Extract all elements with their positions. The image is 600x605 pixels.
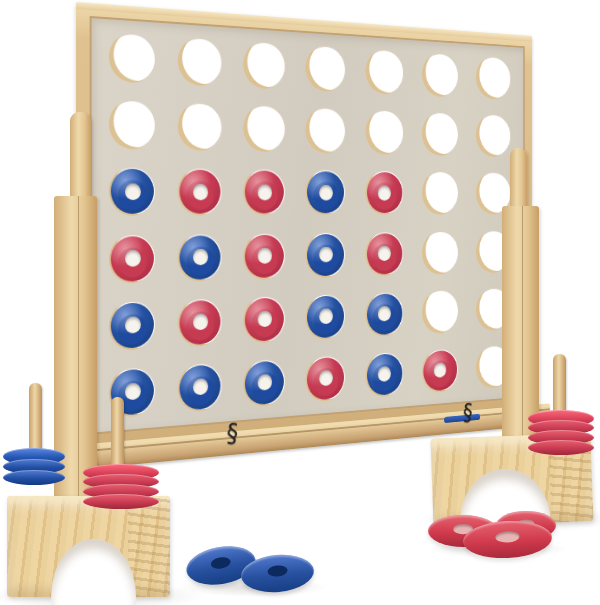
board-cell-r2c3: [233, 96, 296, 161]
filled-hole: ●: [306, 170, 346, 216]
left-arched-foot: [7, 496, 170, 597]
board-cell-r6c2: ●: [167, 353, 233, 423]
board-cell-r2c1: [97, 90, 167, 159]
board-cell-r2c6: [413, 104, 467, 165]
filled-hole: ●: [178, 362, 223, 413]
filled-hole: ●: [178, 298, 223, 348]
board-cell-r2c2: [167, 93, 233, 160]
board-cell-r5c5: ●: [356, 283, 413, 346]
filled-hole: ●: [365, 351, 403, 398]
board-cell-r2c5: [356, 101, 413, 163]
blue-disc: ●: [111, 302, 154, 349]
board-cell-r1c7: [467, 47, 519, 108]
board-cell-r1c2: [167, 27, 233, 96]
blue-disc: ●: [111, 169, 154, 214]
empty-hole: [476, 114, 511, 157]
board-cell-r5c6: [413, 281, 467, 343]
board-cell-r6c6: ●: [413, 339, 467, 402]
empty-hole: [178, 102, 223, 151]
red-disc-stack: [528, 410, 594, 454]
blue-disc-stack: [3, 448, 65, 488]
board-cell-r3c5: ●: [356, 162, 413, 223]
board-cell-r6c5: ●: [356, 343, 413, 407]
board-cell-r5c3: ●: [233, 287, 296, 353]
red-disc-stack: [83, 464, 159, 510]
board-cell-r4c6: [413, 223, 467, 283]
board-cell-r3c2: ●: [167, 159, 233, 225]
blue-disc: ●: [180, 364, 221, 411]
board-cell-r5c1: ●: [97, 291, 167, 361]
red-disc: ●: [111, 236, 154, 282]
filled-hole: ●: [365, 291, 403, 337]
board-cell-r3c4: ●: [296, 161, 356, 224]
empty-hole: [109, 100, 156, 150]
filled-hole: ●: [422, 348, 459, 394]
blue-disc: ●: [367, 353, 402, 396]
board-cell-r1c3: [233, 32, 296, 99]
board-cell-r3c1: ●: [97, 158, 167, 226]
board-cell-r6c1: ●: [97, 357, 167, 429]
disc-center-hole: [267, 565, 288, 578]
latch-hook-icon: §: [225, 420, 239, 446]
board-face-panel: ●●●●●●●●●●●●●●●●●●●●●: [92, 18, 524, 433]
giant-connect-four-product-photo: ●●●●●●●●●●●●●●●●●●●●● § §: [0, 0, 600, 605]
blue-disc: ●: [245, 360, 284, 406]
board-cell-r4c3: ●: [233, 224, 296, 289]
board-cell-r3c3: ●: [233, 160, 296, 224]
empty-hole: [365, 49, 403, 95]
red-disc: ●: [180, 170, 221, 214]
red-disc: ●: [423, 350, 457, 392]
board-cell-r5c2: ●: [167, 289, 233, 357]
left-clamp-stick: [70, 112, 91, 204]
board-cell-r2c4: [296, 99, 356, 163]
board-cell-r1c1: [97, 22, 167, 93]
disc-center-hole: [495, 531, 520, 543]
empty-hole: [178, 37, 223, 87]
filled-hole: ●: [178, 168, 223, 216]
red-disc: ●: [245, 171, 284, 214]
blue-disc: ●: [367, 293, 402, 335]
board-wood-frame: ●●●●●●●●●●●●●●●●●●●●●: [76, 2, 532, 454]
latch-hook-icon: §: [462, 400, 474, 424]
board-cell-r1c5: [356, 40, 413, 104]
red-disc: ●: [245, 234, 284, 278]
filled-hole: ●: [109, 300, 156, 351]
empty-hole: [422, 112, 459, 156]
blue-stacked-disc: [3, 470, 65, 485]
board-cell-r3c6: [413, 163, 467, 223]
red-disc: ●: [245, 297, 284, 342]
blue-disc: ●: [180, 235, 221, 280]
connect-four-board: ●●●●●●●●●●●●●●●●●●●●● § §: [76, 2, 532, 454]
empty-hole: [476, 56, 511, 100]
filled-hole: ●: [243, 169, 285, 216]
empty-hole: [422, 289, 459, 334]
empty-hole: [365, 110, 403, 156]
empty-hole: [109, 32, 156, 84]
board-grid: ●●●●●●●●●●●●●●●●●●●●●: [97, 22, 519, 428]
red-stacked-disc: [83, 494, 159, 509]
board-cell-r5c4: ●: [296, 285, 356, 350]
filled-hole: ●: [365, 231, 403, 276]
board-cell-r6c3: ●: [233, 349, 296, 417]
filled-hole: ●: [178, 233, 223, 282]
filled-hole: ●: [243, 358, 285, 408]
right-clamp-stick: [510, 148, 527, 214]
empty-hole: [422, 171, 459, 215]
red-disc: ●: [307, 356, 344, 400]
filled-hole: ●: [243, 232, 285, 279]
board-cell-r1c6: [413, 44, 467, 106]
red-disc: ●: [180, 299, 221, 345]
board-cell-r4c4: ●: [296, 223, 356, 286]
board-cell-r4c2: ●: [167, 224, 233, 290]
red-disc: ●: [367, 172, 402, 213]
empty-hole: [243, 41, 285, 90]
filled-hole: ●: [306, 293, 346, 340]
empty-hole: [422, 52, 459, 97]
filled-hole: ●: [109, 234, 156, 284]
empty-hole: [243, 105, 285, 153]
filled-hole: ●: [109, 167, 156, 216]
filled-hole: ●: [306, 232, 346, 278]
filled-hole: ●: [243, 295, 285, 343]
board-cell-r4c1: ●: [97, 225, 167, 293]
red-disc: ●: [367, 233, 402, 275]
blue-disc: ●: [307, 233, 344, 276]
disc-center-hole: [210, 556, 231, 570]
blue-disc: ●: [307, 172, 344, 214]
blue-disc: ●: [307, 295, 344, 338]
board-cell-r1c4: [296, 36, 356, 101]
filled-hole: ●: [306, 355, 346, 403]
board-cell-r6c4: ●: [296, 346, 356, 412]
empty-hole: [306, 45, 346, 93]
board-cell-r4c5: ●: [356, 223, 413, 285]
empty-hole: [306, 107, 346, 154]
filled-hole: ●: [365, 171, 403, 216]
red-stacked-disc: [528, 440, 594, 455]
empty-hole: [422, 230, 459, 274]
